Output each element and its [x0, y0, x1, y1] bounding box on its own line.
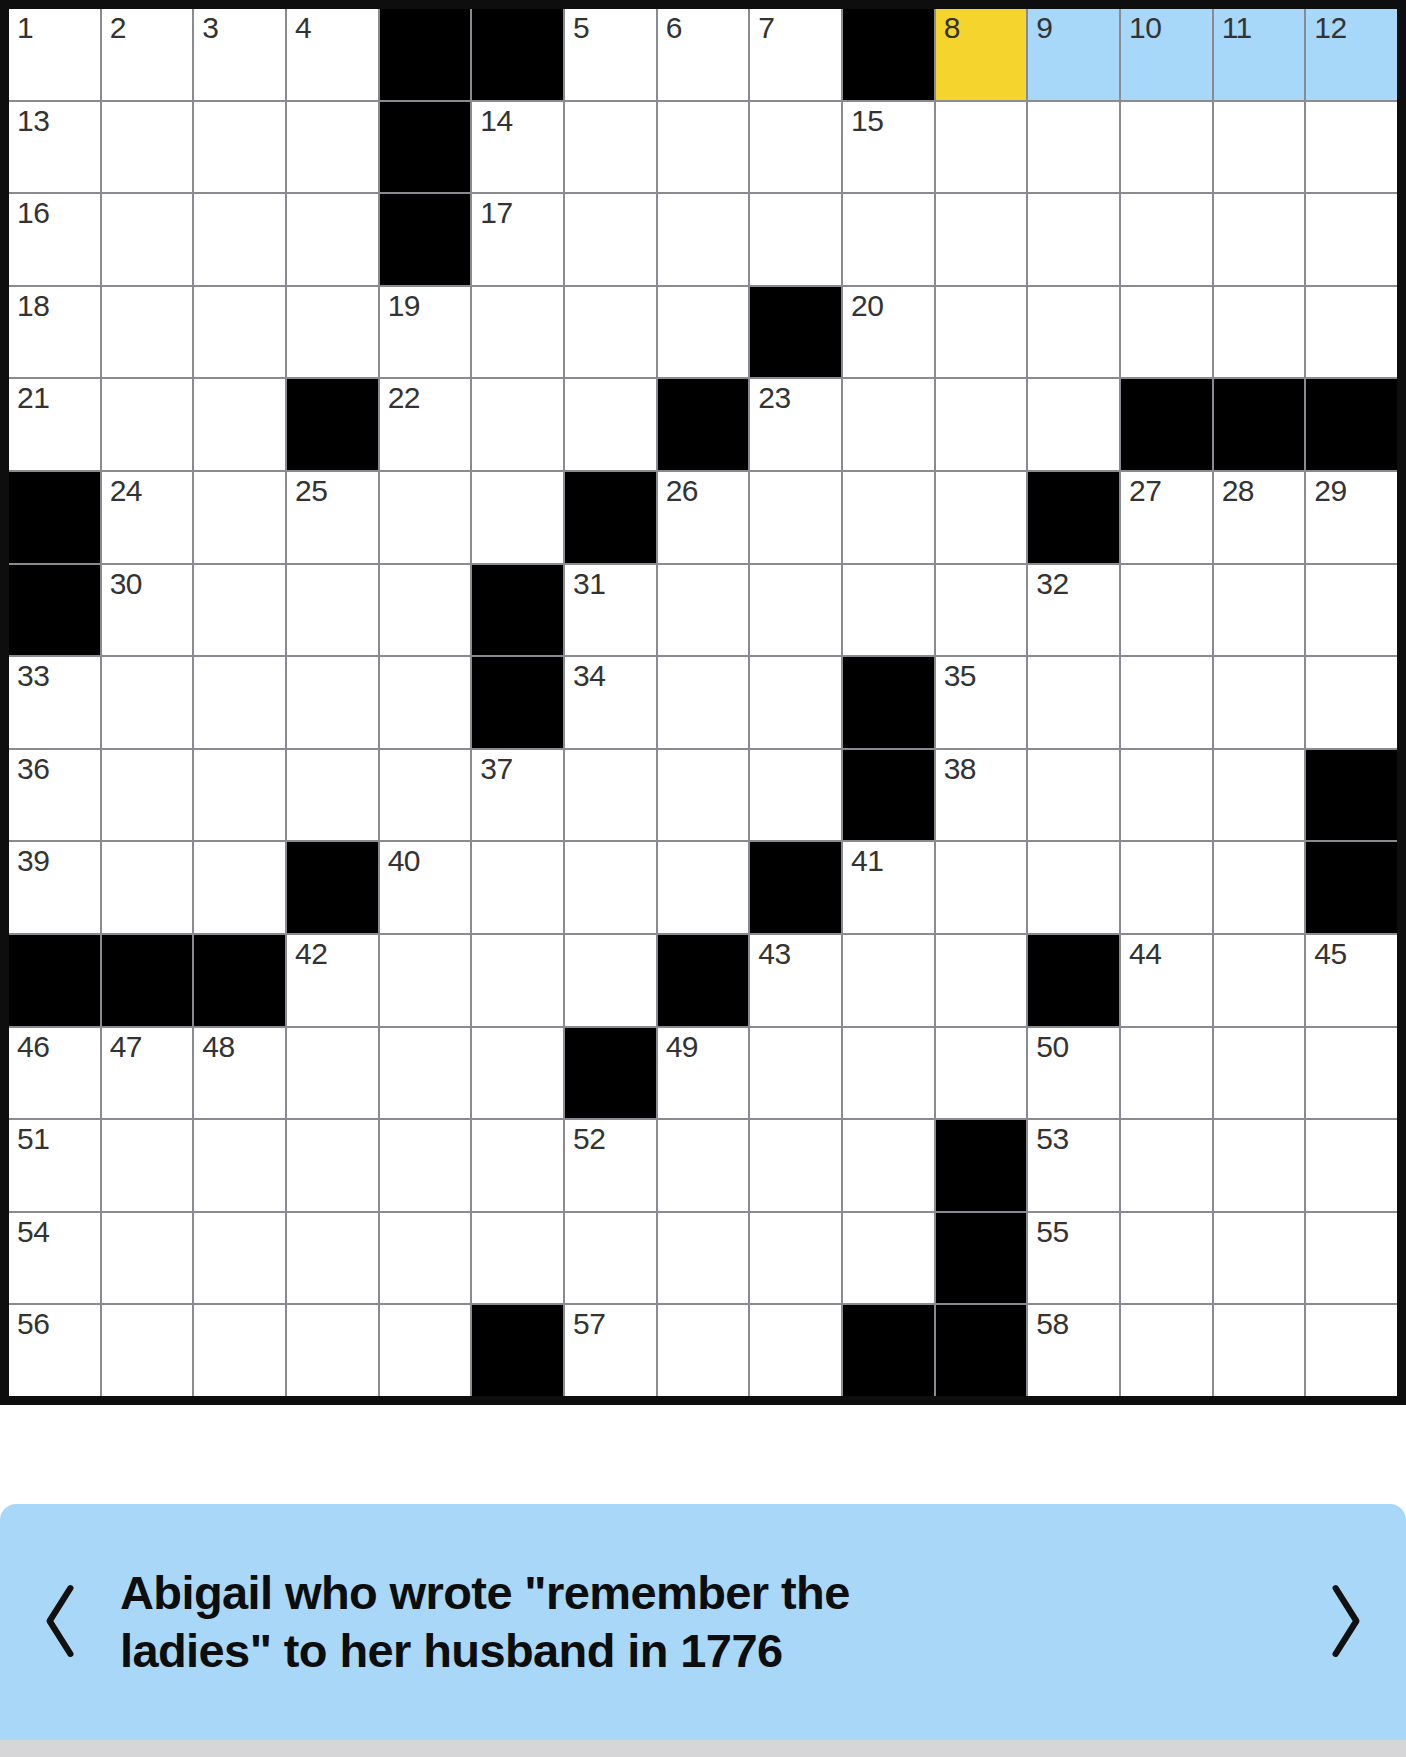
cell-14-11	[936, 1213, 1027, 1304]
cell-number: 54	[17, 1216, 49, 1248]
cell-15-10	[843, 1305, 934, 1396]
cell-number: 4	[295, 12, 311, 44]
cell-6-2[interactable]: 24	[102, 472, 193, 563]
cell-number: 8	[944, 12, 960, 44]
cell-number: 24	[110, 475, 142, 507]
cell-14-14[interactable]	[1214, 1213, 1305, 1304]
cell-6-14[interactable]: 28	[1214, 472, 1305, 563]
cell-5-15	[1306, 379, 1397, 470]
cell-5-9[interactable]: 23	[750, 379, 841, 470]
cell-12-5[interactable]	[380, 1028, 471, 1119]
cell-8-6	[472, 657, 563, 748]
cell-number: 33	[17, 660, 49, 692]
cell-12-9[interactable]	[750, 1028, 841, 1119]
cell-12-6[interactable]	[472, 1028, 563, 1119]
cell-5-7[interactable]	[565, 379, 656, 470]
cell-7-5[interactable]	[380, 565, 471, 656]
cell-number: 45	[1314, 938, 1346, 970]
cell-number: 48	[202, 1031, 234, 1063]
cell-14-10[interactable]	[843, 1213, 934, 1304]
cell-2-8[interactable]	[658, 102, 749, 193]
cell-1-15[interactable]: 12	[1306, 9, 1397, 100]
cell-number: 53	[1036, 1123, 1068, 1155]
cell-number: 38	[944, 753, 976, 785]
cell-11-10[interactable]	[843, 935, 934, 1026]
cell-number: 16	[17, 197, 49, 229]
cell-3-9[interactable]	[750, 194, 841, 285]
cell-4-15[interactable]	[1306, 287, 1397, 378]
cell-2-1[interactable]: 13	[9, 102, 100, 193]
cell-number: 29	[1314, 475, 1346, 507]
cell-8-8[interactable]	[658, 657, 749, 748]
cell-number: 6	[666, 12, 682, 44]
cell-15-1[interactable]: 56	[9, 1305, 100, 1396]
cell-number: 47	[110, 1031, 142, 1063]
cell-number: 44	[1129, 938, 1161, 970]
cell-11-14[interactable]	[1214, 935, 1305, 1026]
cell-11-4[interactable]: 42	[287, 935, 378, 1026]
cell-11-5[interactable]	[380, 935, 471, 1026]
cell-13-3[interactable]	[194, 1120, 285, 1211]
cell-5-8	[658, 379, 749, 470]
cell-6-15[interactable]: 29	[1306, 472, 1397, 563]
cell-4-12[interactable]	[1028, 287, 1119, 378]
cell-7-6	[472, 565, 563, 656]
cell-14-9[interactable]	[750, 1213, 841, 1304]
cell-13-1[interactable]: 51	[9, 1120, 100, 1211]
cell-15-9[interactable]	[750, 1305, 841, 1396]
cell-number: 35	[944, 660, 976, 692]
cell-number: 28	[1222, 475, 1254, 507]
cell-6-11[interactable]	[936, 472, 1027, 563]
cell-number: 7	[758, 12, 774, 44]
cell-5-6[interactable]	[472, 379, 563, 470]
cell-number: 9	[1036, 12, 1052, 44]
cell-10-2[interactable]	[102, 842, 193, 933]
cell-9-11[interactable]: 38	[936, 750, 1027, 841]
cell-1-12[interactable]: 9	[1028, 9, 1119, 100]
cell-6-7	[565, 472, 656, 563]
cell-12-10[interactable]	[843, 1028, 934, 1119]
cell-13-7[interactable]: 52	[565, 1120, 656, 1211]
cell-number: 15	[851, 105, 883, 137]
cell-12-13[interactable]	[1121, 1028, 1212, 1119]
cell-8-13[interactable]	[1121, 657, 1212, 748]
cell-3-15[interactable]	[1306, 194, 1397, 285]
cell-5-11[interactable]	[936, 379, 1027, 470]
cell-7-4[interactable]	[287, 565, 378, 656]
cell-1-9[interactable]: 7	[750, 9, 841, 100]
cell-11-8	[658, 935, 749, 1026]
cell-10-1[interactable]: 39	[9, 842, 100, 933]
clue-line-1: Abigail who wrote "remember the	[120, 1564, 1266, 1622]
cell-6-3[interactable]	[194, 472, 285, 563]
cell-1-2[interactable]: 2	[102, 9, 193, 100]
cell-number: 31	[573, 568, 605, 600]
cell-3-13[interactable]	[1121, 194, 1212, 285]
cell-number: 40	[388, 845, 420, 877]
cell-10-13[interactable]	[1121, 842, 1212, 933]
cell-6-13[interactable]: 27	[1121, 472, 1212, 563]
cell-10-8[interactable]	[658, 842, 749, 933]
cell-4-9	[750, 287, 841, 378]
cell-15-12[interactable]: 58	[1028, 1305, 1119, 1396]
cell-12-8[interactable]: 49	[658, 1028, 749, 1119]
cell-9-15	[1306, 750, 1397, 841]
cell-number: 43	[758, 938, 790, 970]
cell-number: 26	[666, 475, 698, 507]
cell-9-5[interactable]	[380, 750, 471, 841]
cell-15-5[interactable]	[380, 1305, 471, 1396]
cell-6-8[interactable]: 26	[658, 472, 749, 563]
cell-9-13[interactable]	[1121, 750, 1212, 841]
cell-4-7[interactable]	[565, 287, 656, 378]
cell-11-7[interactable]	[565, 935, 656, 1026]
cell-15-6	[472, 1305, 563, 1396]
cell-14-3[interactable]	[194, 1213, 285, 1304]
cell-7-14[interactable]	[1214, 565, 1305, 656]
cell-number: 58	[1036, 1308, 1068, 1340]
cell-1-14[interactable]: 11	[1214, 9, 1305, 100]
cell-7-12[interactable]: 32	[1028, 565, 1119, 656]
cell-number: 18	[17, 290, 49, 322]
cell-number: 22	[388, 382, 420, 414]
cell-9-3[interactable]	[194, 750, 285, 841]
cell-13-9[interactable]	[750, 1120, 841, 1211]
clue-line-2: ladies" to her husband in 1776	[120, 1622, 1266, 1680]
cell-6-6[interactable]	[472, 472, 563, 563]
cell-14-4[interactable]	[287, 1213, 378, 1304]
cell-13-2[interactable]	[102, 1120, 193, 1211]
cell-number: 56	[17, 1308, 49, 1340]
cell-number: 39	[17, 845, 49, 877]
cell-number: 49	[666, 1031, 698, 1063]
cell-3-2[interactable]	[102, 194, 193, 285]
cell-6-10[interactable]	[843, 472, 934, 563]
cell-2-5	[380, 102, 471, 193]
cell-2-10[interactable]: 15	[843, 102, 934, 193]
cell-3-7[interactable]	[565, 194, 656, 285]
cell-3-12[interactable]	[1028, 194, 1119, 285]
cell-11-2	[102, 935, 193, 1026]
cell-5-1[interactable]: 21	[9, 379, 100, 470]
cell-number: 27	[1129, 475, 1161, 507]
cell-6-4[interactable]: 25	[287, 472, 378, 563]
cell-8-2[interactable]	[102, 657, 193, 748]
cell-9-6[interactable]: 37	[472, 750, 563, 841]
cell-3-10[interactable]	[843, 194, 934, 285]
cell-10-15	[1306, 842, 1397, 933]
cell-5-2[interactable]	[102, 379, 193, 470]
cell-12-1[interactable]: 46	[9, 1028, 100, 1119]
cell-2-2[interactable]	[102, 102, 193, 193]
cell-number: 50	[1036, 1031, 1068, 1063]
cell-4-5[interactable]: 19	[380, 287, 471, 378]
cell-8-10	[843, 657, 934, 748]
cell-8-11[interactable]: 35	[936, 657, 1027, 748]
cell-1-8[interactable]: 6	[658, 9, 749, 100]
cell-2-11[interactable]	[936, 102, 1027, 193]
cell-2-14[interactable]	[1214, 102, 1305, 193]
cell-number: 14	[480, 105, 512, 137]
cell-3-3[interactable]	[194, 194, 285, 285]
keyboard-top-strip	[0, 1740, 1406, 1757]
cell-8-9[interactable]	[750, 657, 841, 748]
cell-9-8[interactable]	[658, 750, 749, 841]
cell-4-1[interactable]: 18	[9, 287, 100, 378]
cell-3-4[interactable]	[287, 194, 378, 285]
cell-12-14[interactable]	[1214, 1028, 1305, 1119]
cell-3-1[interactable]: 16	[9, 194, 100, 285]
cell-9-9[interactable]	[750, 750, 841, 841]
cell-15-7[interactable]: 57	[565, 1305, 656, 1396]
cell-4-10[interactable]: 20	[843, 287, 934, 378]
cell-1-1[interactable]: 1	[9, 9, 100, 100]
cell-5-3[interactable]	[194, 379, 285, 470]
cell-6-9[interactable]	[750, 472, 841, 563]
cell-15-3[interactable]	[194, 1305, 285, 1396]
cell-number: 52	[573, 1123, 605, 1155]
cell-number: 10	[1129, 12, 1161, 44]
cell-number: 1	[17, 12, 33, 44]
cell-8-7[interactable]: 34	[565, 657, 656, 748]
cell-5-14	[1214, 379, 1305, 470]
cell-10-4	[287, 842, 378, 933]
cell-10-3[interactable]	[194, 842, 285, 933]
cell-1-7[interactable]: 5	[565, 9, 656, 100]
cell-number: 42	[295, 938, 327, 970]
cell-number: 30	[110, 568, 142, 600]
cell-4-4[interactable]	[287, 287, 378, 378]
cell-5-5[interactable]: 22	[380, 379, 471, 470]
cell-4-3[interactable]	[194, 287, 285, 378]
cell-10-9	[750, 842, 841, 933]
cell-number: 34	[573, 660, 605, 692]
cell-5-12[interactable]	[1028, 379, 1119, 470]
cell-13-11	[936, 1120, 1027, 1211]
cell-15-4[interactable]	[287, 1305, 378, 1396]
cell-11-6[interactable]	[472, 935, 563, 1026]
cell-11-15[interactable]: 45	[1306, 935, 1397, 1026]
next-clue-button[interactable]	[1286, 1579, 1406, 1666]
cell-2-13[interactable]	[1121, 102, 1212, 193]
clue-text: Abigail who wrote "remember the ladies" …	[120, 1564, 1286, 1680]
cell-13-14[interactable]	[1214, 1120, 1305, 1211]
cell-8-1[interactable]: 33	[9, 657, 100, 748]
cell-15-8[interactable]	[658, 1305, 749, 1396]
cell-number: 23	[758, 382, 790, 414]
cell-13-5[interactable]	[380, 1120, 471, 1211]
cell-4-8[interactable]	[658, 287, 749, 378]
cell-15-15[interactable]	[1306, 1305, 1397, 1396]
cell-9-4[interactable]	[287, 750, 378, 841]
cell-7-3[interactable]	[194, 565, 285, 656]
cell-number: 19	[388, 290, 420, 322]
cell-number: 25	[295, 475, 327, 507]
cell-14-5[interactable]	[380, 1213, 471, 1304]
cell-12-7	[565, 1028, 656, 1119]
cell-13-12[interactable]: 53	[1028, 1120, 1119, 1211]
cell-number: 13	[17, 105, 49, 137]
clue-bar: Abigail who wrote "remember the ladies" …	[0, 1504, 1406, 1740]
cell-5-10[interactable]	[843, 379, 934, 470]
cell-12-4[interactable]	[287, 1028, 378, 1119]
cell-3-6[interactable]: 17	[472, 194, 563, 285]
cell-7-10[interactable]	[843, 565, 934, 656]
cell-10-5[interactable]: 40	[380, 842, 471, 933]
cell-6-12	[1028, 472, 1119, 563]
cell-14-15[interactable]	[1306, 1213, 1397, 1304]
cell-13-15[interactable]	[1306, 1120, 1397, 1211]
cell-9-12[interactable]	[1028, 750, 1119, 841]
cell-4-6[interactable]	[472, 287, 563, 378]
cell-number: 37	[480, 753, 512, 785]
cell-number: 21	[17, 382, 49, 414]
cell-14-6[interactable]	[472, 1213, 563, 1304]
cell-7-7[interactable]: 31	[565, 565, 656, 656]
cell-14-7[interactable]	[565, 1213, 656, 1304]
cell-11-12	[1028, 935, 1119, 1026]
cell-8-15[interactable]	[1306, 657, 1397, 748]
cell-12-11[interactable]	[936, 1028, 1027, 1119]
cell-number: 20	[851, 290, 883, 322]
cell-3-14[interactable]	[1214, 194, 1305, 285]
cell-11-9[interactable]: 43	[750, 935, 841, 1026]
cell-5-4	[287, 379, 378, 470]
cell-11-1	[9, 935, 100, 1026]
cell-2-4[interactable]	[287, 102, 378, 193]
cell-number: 51	[17, 1123, 49, 1155]
cell-8-4[interactable]	[287, 657, 378, 748]
cell-7-11[interactable]	[936, 565, 1027, 656]
cell-4-11[interactable]	[936, 287, 1027, 378]
cell-1-13[interactable]: 10	[1121, 9, 1212, 100]
cell-10-11[interactable]	[936, 842, 1027, 933]
crossword-board: 1234567891011121314151617181920212223242…	[0, 0, 1406, 1405]
cell-2-3[interactable]	[194, 102, 285, 193]
cell-2-7[interactable]	[565, 102, 656, 193]
crossword-grid: 1234567891011121314151617181920212223242…	[9, 9, 1397, 1396]
cell-1-3[interactable]: 3	[194, 9, 285, 100]
cell-15-2[interactable]	[102, 1305, 193, 1396]
cell-3-8[interactable]	[658, 194, 749, 285]
cell-1-6	[472, 9, 563, 100]
cell-13-4[interactable]	[287, 1120, 378, 1211]
cell-number: 17	[480, 197, 512, 229]
cell-14-2[interactable]	[102, 1213, 193, 1304]
cell-1-4[interactable]: 4	[287, 9, 378, 100]
cell-13-8[interactable]	[658, 1120, 749, 1211]
cell-12-15[interactable]	[1306, 1028, 1397, 1119]
chevron-right-icon	[1327, 1579, 1365, 1666]
cell-number: 41	[851, 845, 883, 877]
cell-1-11[interactable]: 8	[936, 9, 1027, 100]
cell-number: 55	[1036, 1216, 1068, 1248]
cell-8-5[interactable]	[380, 657, 471, 748]
cell-15-11	[936, 1305, 1027, 1396]
cell-14-12[interactable]: 55	[1028, 1213, 1119, 1304]
cell-7-8[interactable]	[658, 565, 749, 656]
cell-number: 32	[1036, 568, 1068, 600]
cell-number: 11	[1222, 12, 1252, 44]
cell-15-13[interactable]	[1121, 1305, 1212, 1396]
cell-10-12[interactable]	[1028, 842, 1119, 933]
cell-10-6[interactable]	[472, 842, 563, 933]
cell-14-1[interactable]: 54	[9, 1213, 100, 1304]
cell-15-14[interactable]	[1214, 1305, 1305, 1396]
cell-10-10[interactable]: 41	[843, 842, 934, 933]
cell-13-10[interactable]	[843, 1120, 934, 1211]
cell-12-12[interactable]: 50	[1028, 1028, 1119, 1119]
cell-13-13[interactable]	[1121, 1120, 1212, 1211]
cell-9-14[interactable]	[1214, 750, 1305, 841]
cell-10-14[interactable]	[1214, 842, 1305, 933]
cell-13-6[interactable]	[472, 1120, 563, 1211]
cell-2-12[interactable]	[1028, 102, 1119, 193]
cell-7-13[interactable]	[1121, 565, 1212, 656]
cell-2-9[interactable]	[750, 102, 841, 193]
cell-9-7[interactable]	[565, 750, 656, 841]
cell-11-11[interactable]	[936, 935, 1027, 1026]
cell-4-13[interactable]	[1121, 287, 1212, 378]
cell-7-9[interactable]	[750, 565, 841, 656]
cell-9-2[interactable]	[102, 750, 193, 841]
cell-number: 5	[573, 12, 589, 44]
cell-3-11[interactable]	[936, 194, 1027, 285]
cell-8-12[interactable]	[1028, 657, 1119, 748]
cell-5-13	[1121, 379, 1212, 470]
cell-7-15[interactable]	[1306, 565, 1397, 656]
cell-number: 2	[110, 12, 126, 44]
cell-number: 57	[573, 1308, 605, 1340]
cell-7-2[interactable]: 30	[102, 565, 193, 656]
cell-8-14[interactable]	[1214, 657, 1305, 748]
cell-14-8[interactable]	[658, 1213, 749, 1304]
cell-12-2[interactable]: 47	[102, 1028, 193, 1119]
cell-9-1[interactable]: 36	[9, 750, 100, 841]
cell-6-1	[9, 472, 100, 563]
cell-11-13[interactable]: 44	[1121, 935, 1212, 1026]
cell-10-7[interactable]	[565, 842, 656, 933]
previous-clue-button[interactable]	[0, 1579, 120, 1666]
cell-6-5[interactable]	[380, 472, 471, 563]
chevron-left-icon	[41, 1579, 79, 1666]
cell-number: 36	[17, 753, 49, 785]
cell-1-10	[843, 9, 934, 100]
cell-number: 3	[202, 12, 218, 44]
cell-12-3[interactable]: 48	[194, 1028, 285, 1119]
cell-4-2[interactable]	[102, 287, 193, 378]
cell-4-14[interactable]	[1214, 287, 1305, 378]
cell-3-5	[380, 194, 471, 285]
cell-7-1	[9, 565, 100, 656]
cell-2-15[interactable]	[1306, 102, 1397, 193]
cell-9-10	[843, 750, 934, 841]
cell-11-3	[194, 935, 285, 1026]
cell-1-5	[380, 9, 471, 100]
cell-14-13[interactable]	[1121, 1213, 1212, 1304]
cell-number: 12	[1314, 12, 1346, 44]
cell-8-3[interactable]	[194, 657, 285, 748]
cell-2-6[interactable]: 14	[472, 102, 563, 193]
cell-number: 46	[17, 1031, 49, 1063]
